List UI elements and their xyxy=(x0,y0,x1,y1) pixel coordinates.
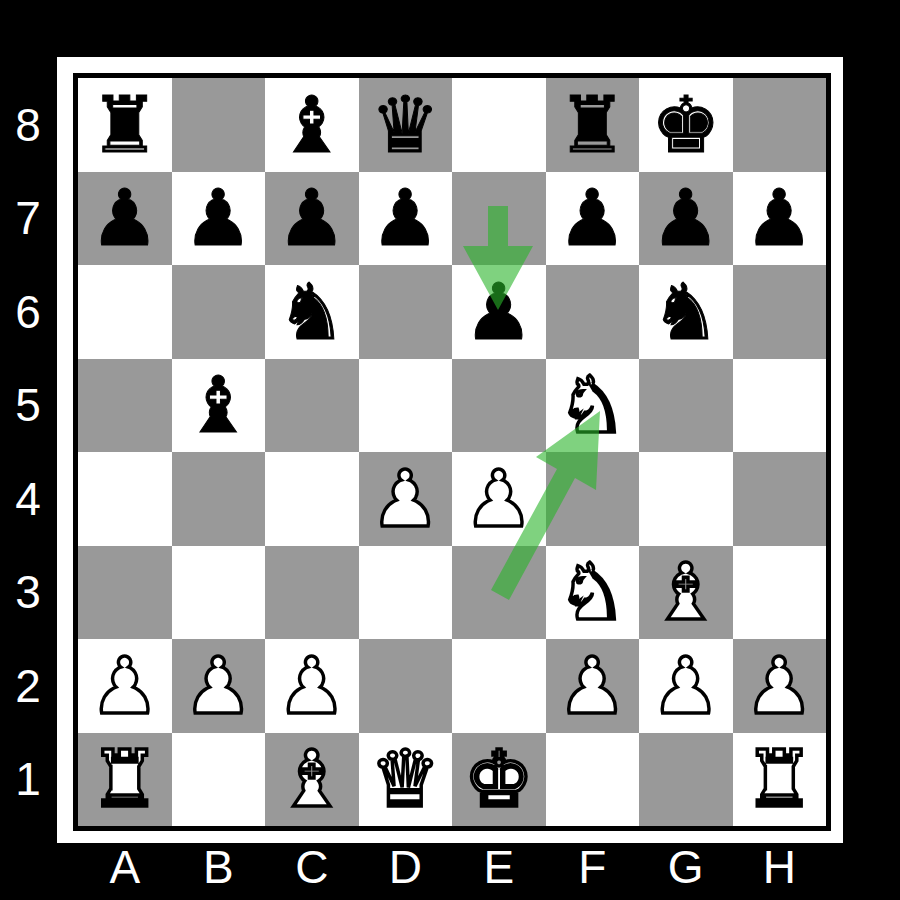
white-pawn-c2: ♟ xyxy=(277,647,347,725)
square-a1[interactable]: ♜ xyxy=(78,733,172,827)
square-e2[interactable] xyxy=(452,639,546,733)
square-d4[interactable]: ♟ xyxy=(359,452,453,546)
square-g1[interactable] xyxy=(639,733,733,827)
square-c5[interactable] xyxy=(265,359,359,453)
white-rook-a1: ♜ xyxy=(90,740,160,818)
square-h4[interactable] xyxy=(733,452,827,546)
square-e5[interactable] xyxy=(452,359,546,453)
white-knight-f5: ♞ xyxy=(557,366,627,444)
file-label-F: F xyxy=(546,838,640,896)
square-b6[interactable] xyxy=(172,265,266,359)
square-c6[interactable]: ♞ xyxy=(265,265,359,359)
square-b7[interactable]: ♟ xyxy=(172,172,266,266)
square-b1[interactable] xyxy=(172,733,266,827)
black-pawn-g7: ♟ xyxy=(651,179,721,257)
square-f1[interactable] xyxy=(546,733,640,827)
white-pawn-h2: ♟ xyxy=(744,647,814,725)
square-b3[interactable] xyxy=(172,546,266,640)
black-pawn-h7: ♟ xyxy=(744,179,814,257)
square-c8[interactable]: ♝ xyxy=(265,78,359,172)
square-f2[interactable]: ♟ xyxy=(546,639,640,733)
square-g4[interactable] xyxy=(639,452,733,546)
square-f6[interactable] xyxy=(546,265,640,359)
white-pawn-a2: ♟ xyxy=(90,647,160,725)
square-h5[interactable] xyxy=(733,359,827,453)
square-h2[interactable]: ♟ xyxy=(733,639,827,733)
square-h6[interactable] xyxy=(733,265,827,359)
white-pawn-e4: ♟ xyxy=(464,460,534,538)
black-pawn-a7: ♟ xyxy=(90,179,160,257)
black-queen-d8: ♛ xyxy=(370,86,440,164)
square-c2[interactable]: ♟ xyxy=(265,639,359,733)
rank-label-6: 6 xyxy=(0,265,56,359)
black-pawn-d7: ♟ xyxy=(370,179,440,257)
square-a2[interactable]: ♟ xyxy=(78,639,172,733)
rank-label-5: 5 xyxy=(0,359,56,453)
square-f3[interactable]: ♞ xyxy=(546,546,640,640)
square-d2[interactable] xyxy=(359,639,453,733)
black-rook-a8: ♜ xyxy=(90,86,160,164)
square-h3[interactable] xyxy=(733,546,827,640)
white-knight-f3: ♞ xyxy=(557,553,627,631)
file-label-C: C xyxy=(265,838,359,896)
black-pawn-c7: ♟ xyxy=(277,179,347,257)
black-pawn-e6: ♟ xyxy=(464,273,534,351)
square-d5[interactable] xyxy=(359,359,453,453)
white-king-e1: ♚ xyxy=(464,740,534,818)
square-c3[interactable] xyxy=(265,546,359,640)
rank-label-1: 1 xyxy=(0,733,56,827)
black-pawn-f7: ♟ xyxy=(557,179,627,257)
square-b4[interactable] xyxy=(172,452,266,546)
rank-label-2: 2 xyxy=(0,639,56,733)
square-a6[interactable] xyxy=(78,265,172,359)
square-e3[interactable] xyxy=(452,546,546,640)
square-d6[interactable] xyxy=(359,265,453,359)
square-g2[interactable]: ♟ xyxy=(639,639,733,733)
rank-label-8: 8 xyxy=(0,78,56,172)
square-h7[interactable]: ♟ xyxy=(733,172,827,266)
black-rook-f8: ♜ xyxy=(557,86,627,164)
square-g5[interactable] xyxy=(639,359,733,453)
square-g3[interactable]: ♝ xyxy=(639,546,733,640)
white-pawn-d4: ♟ xyxy=(370,460,440,538)
white-pawn-b2: ♟ xyxy=(183,647,253,725)
square-a8[interactable]: ♜ xyxy=(78,78,172,172)
rank-label-4: 4 xyxy=(0,452,56,546)
square-a5[interactable] xyxy=(78,359,172,453)
rank-label-3: 3 xyxy=(0,546,56,640)
white-bishop-g3: ♝ xyxy=(651,553,721,631)
square-h8[interactable] xyxy=(733,78,827,172)
rank-label-7: 7 xyxy=(0,172,56,266)
black-knight-g6: ♞ xyxy=(651,273,721,351)
square-b5[interactable]: ♝ xyxy=(172,359,266,453)
square-f4[interactable] xyxy=(546,452,640,546)
file-label-H: H xyxy=(733,838,827,896)
file-label-E: E xyxy=(452,838,546,896)
square-f5[interactable]: ♞ xyxy=(546,359,640,453)
black-bishop-c8: ♝ xyxy=(277,86,347,164)
square-f8[interactable]: ♜ xyxy=(546,78,640,172)
square-a7[interactable]: ♟ xyxy=(78,172,172,266)
square-g7[interactable]: ♟ xyxy=(639,172,733,266)
square-c4[interactable] xyxy=(265,452,359,546)
chess-diagram: ♜♝♛♜♚♟♟♟♟♟♟♟♞♟♞♝♞♟♟♞♝♟♟♟♟♟♟♜♝♛♚♜ 8765432… xyxy=(0,0,900,900)
black-knight-c6: ♞ xyxy=(277,273,347,351)
square-g8[interactable]: ♚ xyxy=(639,78,733,172)
black-bishop-b5: ♝ xyxy=(183,366,253,444)
white-pawn-f2: ♟ xyxy=(557,647,627,725)
white-bishop-c1: ♝ xyxy=(277,740,347,818)
square-d1[interactable]: ♛ xyxy=(359,733,453,827)
file-label-G: G xyxy=(639,838,733,896)
file-label-A: A xyxy=(78,838,172,896)
square-e4[interactable]: ♟ xyxy=(452,452,546,546)
square-d7[interactable]: ♟ xyxy=(359,172,453,266)
square-d8[interactable]: ♛ xyxy=(359,78,453,172)
square-g6[interactable]: ♞ xyxy=(639,265,733,359)
white-rook-h1: ♜ xyxy=(744,740,814,818)
square-e8[interactable] xyxy=(452,78,546,172)
black-king-g8: ♚ xyxy=(651,86,721,164)
square-b2[interactable]: ♟ xyxy=(172,639,266,733)
square-b8[interactable] xyxy=(172,78,266,172)
square-h1[interactable]: ♜ xyxy=(733,733,827,827)
file-label-D: D xyxy=(359,838,453,896)
square-a4[interactable] xyxy=(78,452,172,546)
square-c1[interactable]: ♝ xyxy=(265,733,359,827)
black-pawn-b7: ♟ xyxy=(183,179,253,257)
square-f7[interactable]: ♟ xyxy=(546,172,640,266)
white-pawn-g2: ♟ xyxy=(651,647,721,725)
square-c7[interactable]: ♟ xyxy=(265,172,359,266)
board-grid: ♜♝♛♜♚♟♟♟♟♟♟♟♞♟♞♝♞♟♟♞♝♟♟♟♟♟♟♜♝♛♚♜ xyxy=(78,78,826,826)
square-d3[interactable] xyxy=(359,546,453,640)
white-queen-d1: ♛ xyxy=(370,740,440,818)
square-a3[interactable] xyxy=(78,546,172,640)
square-e1[interactable]: ♚ xyxy=(452,733,546,827)
square-e7[interactable] xyxy=(452,172,546,266)
square-e6[interactable]: ♟ xyxy=(452,265,546,359)
file-label-B: B xyxy=(172,838,266,896)
